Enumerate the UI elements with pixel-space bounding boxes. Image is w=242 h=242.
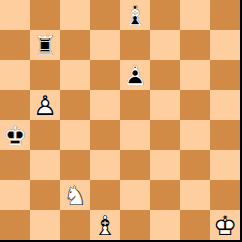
square-h4[interactable] <box>210 120 240 150</box>
piece-black-bishop[interactable]: ♝♗ <box>120 0 150 30</box>
white-king-fill-glyph: ♚ <box>210 210 240 240</box>
square-c4[interactable] <box>60 120 90 150</box>
square-c2[interactable]: ♞♘ <box>60 180 90 210</box>
square-f4[interactable] <box>150 120 180 150</box>
piece-black-pawn[interactable]: ♟♙ <box>120 60 150 90</box>
black-bishop-outline-glyph: ♗ <box>120 0 150 30</box>
black-pawn-fill-glyph: ♟ <box>120 60 150 90</box>
square-h2[interactable] <box>210 180 240 210</box>
square-h5[interactable] <box>210 90 240 120</box>
square-d5[interactable] <box>90 90 120 120</box>
piece-white-king[interactable]: ♚♔ <box>210 210 240 240</box>
white-knight-outline-glyph: ♘ <box>60 180 90 210</box>
black-pawn-outline-glyph: ♙ <box>120 60 150 90</box>
square-b6[interactable] <box>30 60 60 90</box>
square-a2[interactable] <box>0 180 30 210</box>
square-a1[interactable] <box>0 210 30 240</box>
square-e5[interactable] <box>120 90 150 120</box>
square-b7[interactable]: ♜♖ <box>30 30 60 60</box>
black-rook-outline-glyph: ♖ <box>30 30 60 60</box>
square-a7[interactable] <box>0 30 30 60</box>
black-king-fill-glyph: ♚ <box>0 120 30 150</box>
square-c6[interactable] <box>60 60 90 90</box>
square-d8[interactable] <box>90 0 120 30</box>
black-king-outline-glyph: ♔ <box>0 120 30 150</box>
white-knight-fill-glyph: ♞ <box>60 180 90 210</box>
square-d3[interactable] <box>90 150 120 180</box>
chess-board: ♝♗♜♖♟♙♟♙♚♔♞♘♝♗♚♔ <box>0 0 240 240</box>
square-d2[interactable] <box>90 180 120 210</box>
square-b3[interactable] <box>30 150 60 180</box>
square-a6[interactable] <box>0 60 30 90</box>
square-f1[interactable] <box>150 210 180 240</box>
square-a3[interactable] <box>0 150 30 180</box>
square-a4[interactable]: ♚♔ <box>0 120 30 150</box>
square-f3[interactable] <box>150 150 180 180</box>
square-f8[interactable] <box>150 0 180 30</box>
black-rook-fill-glyph: ♜ <box>30 30 60 60</box>
square-c5[interactable] <box>60 90 90 120</box>
square-f5[interactable] <box>150 90 180 120</box>
square-c3[interactable] <box>60 150 90 180</box>
white-bishop-outline-glyph: ♗ <box>90 210 120 240</box>
white-bishop-fill-glyph: ♝ <box>90 210 120 240</box>
square-f6[interactable] <box>150 60 180 90</box>
square-g7[interactable] <box>180 30 210 60</box>
square-e6[interactable]: ♟♙ <box>120 60 150 90</box>
square-a5[interactable] <box>0 90 30 120</box>
black-bishop-fill-glyph: ♝ <box>120 0 150 30</box>
square-g6[interactable] <box>180 60 210 90</box>
piece-white-pawn[interactable]: ♟♙ <box>30 90 60 120</box>
white-pawn-outline-glyph: ♙ <box>30 90 60 120</box>
square-h8[interactable] <box>210 0 240 30</box>
square-d7[interactable] <box>90 30 120 60</box>
square-g1[interactable] <box>180 210 210 240</box>
square-c8[interactable] <box>60 0 90 30</box>
square-f2[interactable] <box>150 180 180 210</box>
square-e1[interactable] <box>120 210 150 240</box>
square-b2[interactable] <box>30 180 60 210</box>
square-c1[interactable] <box>60 210 90 240</box>
square-e7[interactable] <box>120 30 150 60</box>
square-g5[interactable] <box>180 90 210 120</box>
piece-black-rook[interactable]: ♜♖ <box>30 30 60 60</box>
white-king-outline-glyph: ♔ <box>210 210 240 240</box>
square-g2[interactable] <box>180 180 210 210</box>
square-d1[interactable]: ♝♗ <box>90 210 120 240</box>
square-h3[interactable] <box>210 150 240 180</box>
square-b1[interactable] <box>30 210 60 240</box>
piece-white-knight[interactable]: ♞♘ <box>60 180 90 210</box>
square-g4[interactable] <box>180 120 210 150</box>
square-h7[interactable] <box>210 30 240 60</box>
square-e3[interactable] <box>120 150 150 180</box>
square-g3[interactable] <box>180 150 210 180</box>
white-pawn-fill-glyph: ♟ <box>30 90 60 120</box>
square-d4[interactable] <box>90 120 120 150</box>
chess-board-frame: ♝♗♜♖♟♙♟♙♚♔♞♘♝♗♚♔ <box>0 0 242 242</box>
square-b5[interactable]: ♟♙ <box>30 90 60 120</box>
piece-black-king[interactable]: ♚♔ <box>0 120 30 150</box>
square-h1[interactable]: ♚♔ <box>210 210 240 240</box>
square-g8[interactable] <box>180 0 210 30</box>
square-b4[interactable] <box>30 120 60 150</box>
square-e4[interactable] <box>120 120 150 150</box>
square-e2[interactable] <box>120 180 150 210</box>
square-c7[interactable] <box>60 30 90 60</box>
square-a8[interactable] <box>0 0 30 30</box>
square-e8[interactable]: ♝♗ <box>120 0 150 30</box>
square-b8[interactable] <box>30 0 60 30</box>
square-d6[interactable] <box>90 60 120 90</box>
square-f7[interactable] <box>150 30 180 60</box>
square-h6[interactable] <box>210 60 240 90</box>
piece-white-bishop[interactable]: ♝♗ <box>90 210 120 240</box>
